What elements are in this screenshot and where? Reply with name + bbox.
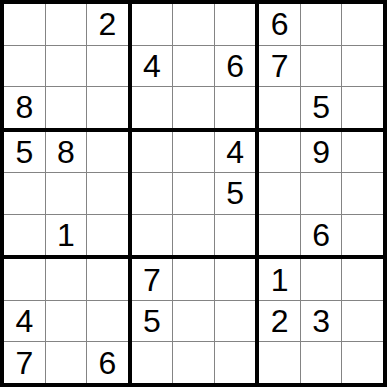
cell-r3c9[interactable] — [342, 87, 383, 128]
cell-r6c4[interactable] — [132, 215, 173, 256]
box-3-3: 123 — [259, 259, 383, 383]
cell-r3c1[interactable]: 8 — [4, 87, 45, 128]
cell-r8c5[interactable] — [173, 301, 214, 342]
cell-r4c5[interactable] — [173, 132, 214, 173]
cell-r7c5[interactable] — [173, 259, 214, 300]
cell-r6c6[interactable] — [215, 215, 256, 256]
cell-r5c5[interactable] — [173, 173, 214, 214]
sudoku-board: 2846675581459647675123 — [0, 0, 387, 387]
cell-r1c9[interactable] — [342, 4, 383, 45]
cell-r4c1[interactable]: 5 — [4, 132, 45, 173]
box-3-2: 75 — [132, 259, 256, 383]
cell-r1c3[interactable]: 2 — [87, 4, 128, 45]
cell-r3c8[interactable]: 5 — [301, 87, 342, 128]
cell-r8c6[interactable] — [215, 301, 256, 342]
cell-r1c6[interactable] — [215, 4, 256, 45]
cell-r2c2[interactable] — [46, 46, 87, 87]
cell-r8c1[interactable]: 4 — [4, 301, 45, 342]
cell-r8c4[interactable]: 5 — [132, 301, 173, 342]
cell-r2c6[interactable]: 6 — [215, 46, 256, 87]
cell-r8c2[interactable] — [46, 301, 87, 342]
cell-r2c5[interactable] — [173, 46, 214, 87]
cell-r9c5[interactable] — [173, 342, 214, 383]
cell-r6c8[interactable]: 6 — [301, 215, 342, 256]
cell-r2c3[interactable] — [87, 46, 128, 87]
cell-r6c1[interactable] — [4, 215, 45, 256]
cell-r9c3[interactable]: 6 — [87, 342, 128, 383]
cell-r5c2[interactable] — [46, 173, 87, 214]
cell-r3c7[interactable] — [259, 87, 300, 128]
cell-r5c9[interactable] — [342, 173, 383, 214]
cell-r2c9[interactable] — [342, 46, 383, 87]
cell-r4c2[interactable]: 8 — [46, 132, 87, 173]
cell-r9c7[interactable] — [259, 342, 300, 383]
cell-r6c2[interactable]: 1 — [46, 215, 87, 256]
cell-r1c7[interactable]: 6 — [259, 4, 300, 45]
cell-r1c2[interactable] — [46, 4, 87, 45]
cell-r2c1[interactable] — [4, 46, 45, 87]
cell-r6c9[interactable] — [342, 215, 383, 256]
box-1-2: 46 — [132, 4, 256, 128]
box-1-1: 28 — [4, 4, 128, 128]
cell-r4c9[interactable] — [342, 132, 383, 173]
cell-r6c5[interactable] — [173, 215, 214, 256]
cell-r7c7[interactable]: 1 — [259, 259, 300, 300]
cell-r7c6[interactable] — [215, 259, 256, 300]
cell-r3c4[interactable] — [132, 87, 173, 128]
cell-r7c1[interactable] — [4, 259, 45, 300]
cell-r5c8[interactable] — [301, 173, 342, 214]
cell-r9c4[interactable] — [132, 342, 173, 383]
cell-r9c2[interactable] — [46, 342, 87, 383]
cell-r3c5[interactable] — [173, 87, 214, 128]
cell-r4c3[interactable] — [87, 132, 128, 173]
cell-r1c4[interactable] — [132, 4, 173, 45]
cell-r9c8[interactable] — [301, 342, 342, 383]
cell-r6c3[interactable] — [87, 215, 128, 256]
cell-r1c5[interactable] — [173, 4, 214, 45]
cell-r5c7[interactable] — [259, 173, 300, 214]
box-3-1: 476 — [4, 259, 128, 383]
cell-r8c7[interactable]: 2 — [259, 301, 300, 342]
cell-r2c8[interactable] — [301, 46, 342, 87]
cell-r5c1[interactable] — [4, 173, 45, 214]
cell-r3c6[interactable] — [215, 87, 256, 128]
cell-r7c2[interactable] — [46, 259, 87, 300]
cell-r2c7[interactable]: 7 — [259, 46, 300, 87]
cell-r4c7[interactable] — [259, 132, 300, 173]
cell-r1c1[interactable] — [4, 4, 45, 45]
cell-r8c8[interactable]: 3 — [301, 301, 342, 342]
cell-r4c8[interactable]: 9 — [301, 132, 342, 173]
cell-r4c4[interactable] — [132, 132, 173, 173]
cell-r7c8[interactable] — [301, 259, 342, 300]
cell-r4c6[interactable]: 4 — [215, 132, 256, 173]
cell-r7c4[interactable]: 7 — [132, 259, 173, 300]
box-2-3: 96 — [259, 132, 383, 256]
cell-r3c3[interactable] — [87, 87, 128, 128]
cell-r9c9[interactable] — [342, 342, 383, 383]
box-2-1: 581 — [4, 132, 128, 256]
cell-r8c9[interactable] — [342, 301, 383, 342]
cell-r5c4[interactable] — [132, 173, 173, 214]
cell-r3c2[interactable] — [46, 87, 87, 128]
cell-r8c3[interactable] — [87, 301, 128, 342]
box-2-2: 45 — [132, 132, 256, 256]
cell-r6c7[interactable] — [259, 215, 300, 256]
box-1-3: 675 — [259, 4, 383, 128]
cell-r9c1[interactable]: 7 — [4, 342, 45, 383]
cell-r5c3[interactable] — [87, 173, 128, 214]
cell-r5c6[interactable]: 5 — [215, 173, 256, 214]
cell-r7c9[interactable] — [342, 259, 383, 300]
cell-r2c4[interactable]: 4 — [132, 46, 173, 87]
cell-r1c8[interactable] — [301, 4, 342, 45]
cell-r9c6[interactable] — [215, 342, 256, 383]
cell-r7c3[interactable] — [87, 259, 128, 300]
